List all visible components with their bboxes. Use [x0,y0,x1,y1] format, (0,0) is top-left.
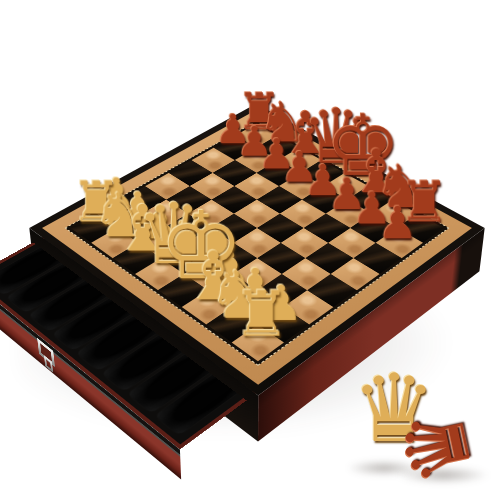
piece-white-rook-h1[interactable]: ♜ [233,283,270,346]
product-photo-scene: ♜♞♝♛♚♝♞♜♟♟♟♟♟♟♟♟♟♟♟♟♟♟♟♟♜♞♝♛♚♝♞♜ ♛ ♛ [0,0,500,500]
checkmate-vignette: ♛ ♛ [338,368,494,494]
square-h1[interactable]: ♜ [232,325,284,362]
piece-red-pawn-h7[interactable]: ♟ [378,201,412,246]
square-h7[interactable]: ♟ [376,228,423,258]
